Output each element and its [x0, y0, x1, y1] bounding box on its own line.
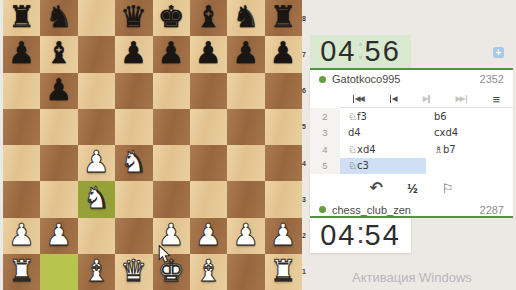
clock-bottom-colon: : — [356, 217, 364, 250]
previous-move-icon[interactable]: ◀ — [390, 95, 397, 103]
online-indicator — [319, 76, 326, 83]
panel-divider-top — [310, 68, 513, 70]
move-number: 4 — [310, 141, 340, 158]
move-row-3: 3d4cxd4 — [310, 125, 513, 142]
square-g7[interactable]: ♟ — [227, 36, 264, 72]
first-move-icon[interactable]: ◀◀ — [353, 95, 365, 103]
square-h2[interactable]: ♟ — [265, 218, 302, 254]
square-e6[interactable] — [153, 73, 190, 109]
square-g2[interactable]: ♟ — [227, 218, 264, 254]
square-h6[interactable] — [265, 73, 302, 109]
black-queen-piece[interactable]: ♛ — [120, 2, 147, 32]
white-rook-piece[interactable]: ♜ — [8, 256, 35, 286]
square-c6[interactable] — [78, 73, 115, 109]
black-pawn-piece[interactable]: ♟ — [195, 38, 222, 68]
square-g6[interactable] — [227, 73, 264, 109]
clock-top-seconds: 56 — [365, 35, 401, 68]
move-number: 2 — [310, 108, 340, 125]
square-e3[interactable] — [153, 181, 190, 217]
move-list: 2♘f3b63d4cxd44♘xd4♗b75♘c3 — [310, 108, 513, 174]
square-e7[interactable]: ♟ — [153, 36, 190, 72]
white-bishop-piece[interactable]: ♝ — [83, 256, 110, 286]
black-pawn-piece[interactable]: ♟ — [270, 38, 297, 68]
square-f8[interactable]: ♝ — [190, 0, 227, 36]
square-g3[interactable] — [227, 181, 264, 217]
move-4-white[interactable]: ♘xd4 — [340, 141, 426, 158]
square-g5[interactable] — [227, 109, 264, 145]
square-h4[interactable] — [265, 145, 302, 181]
black-pawn-piece[interactable]: ♟ — [8, 38, 35, 68]
square-g4[interactable] — [227, 145, 264, 181]
black-knight-piece[interactable]: ♞ — [232, 2, 259, 32]
square-h3[interactable] — [265, 181, 302, 217]
clock-top-colon: : — [356, 33, 364, 66]
square-a1[interactable]: ♜ — [3, 254, 40, 290]
game-screen: ♜♞♛♚♝♞♜♟♝♟♟♟♟♟♟♟♞♞♟♟♟♟♟♟♜♝♛♚♝♜ 87654321 … — [0, 0, 516, 290]
move-4-black[interactable]: ♗b7 — [426, 141, 512, 158]
square-e4[interactable] — [153, 145, 190, 181]
white-queen-piece[interactable]: ♛ — [120, 256, 147, 286]
white-pawn-piece[interactable]: ♟ — [46, 220, 73, 250]
square-d3[interactable] — [115, 181, 152, 217]
takeback-button[interactable]: ↶ — [370, 180, 383, 196]
square-f3[interactable] — [190, 181, 227, 217]
white-pawn-piece[interactable]: ♟ — [83, 147, 110, 177]
square-f5[interactable] — [190, 109, 227, 145]
black-pawn-piece[interactable]: ♟ — [158, 38, 185, 68]
square-b1[interactable] — [40, 254, 77, 290]
white-rook-piece[interactable]: ♜ — [270, 256, 297, 286]
white-pawn-piece[interactable]: ♟ — [8, 220, 35, 250]
square-f7[interactable]: ♟ — [190, 36, 227, 72]
black-bishop-piece[interactable]: ♝ — [46, 38, 73, 68]
white-pawn-piece[interactable]: ♟ — [195, 220, 222, 250]
square-h1[interactable]: ♜ — [265, 254, 302, 290]
move-3-black[interactable]: cxd4 — [426, 125, 512, 142]
black-rook-piece[interactable]: ♜ — [8, 2, 35, 32]
square-d6[interactable] — [115, 73, 152, 109]
square-f2[interactable]: ♟ — [190, 218, 227, 254]
white-knight-piece[interactable]: ♞ — [120, 147, 147, 177]
chess-board: ♜♞♛♚♝♞♜♟♝♟♟♟♟♟♟♟♞♞♟♟♟♟♟♟♜♝♛♚♝♜ — [3, 0, 302, 290]
square-a5[interactable] — [3, 109, 40, 145]
square-c8[interactable] — [78, 0, 115, 36]
black-knight-piece[interactable]: ♞ — [46, 2, 73, 32]
square-c1[interactable]: ♝ — [78, 254, 115, 290]
square-d4[interactable]: ♞ — [115, 145, 152, 181]
square-d2[interactable] — [115, 218, 152, 254]
draw-offer-button[interactable]: ½ — [407, 182, 418, 195]
rank-label-1: 1 — [302, 254, 311, 290]
add-time-button[interactable]: + — [493, 47, 504, 58]
square-c4[interactable]: ♟ — [78, 145, 115, 181]
next-move-icon[interactable]: ▶ — [423, 95, 430, 103]
white-pawn-piece[interactable]: ♟ — [270, 220, 297, 250]
black-rook-piece[interactable]: ♜ — [270, 2, 297, 32]
square-a2[interactable]: ♟ — [3, 218, 40, 254]
rank-label-8: 8 — [302, 0, 311, 36]
clock-bottom-seconds: 54 — [365, 219, 401, 252]
player-top-rating: 2352 — [480, 73, 504, 85]
clock-top: 04:56 — [310, 35, 411, 68]
panel-divider-bottom — [310, 216, 513, 218]
square-a7[interactable]: ♟ — [3, 36, 40, 72]
square-f1[interactable]: ♝ — [190, 254, 227, 290]
square-b2[interactable]: ♟ — [40, 218, 77, 254]
square-c7[interactable] — [78, 36, 115, 72]
square-f6[interactable] — [190, 73, 227, 109]
square-a8[interactable]: ♜ — [3, 0, 40, 36]
black-pawn-piece[interactable]: ♟ — [232, 38, 259, 68]
move-2-white[interactable]: ♘f3 — [340, 108, 426, 125]
square-b8[interactable]: ♞ — [40, 0, 77, 36]
square-b6[interactable]: ♟ — [40, 73, 77, 109]
square-c5[interactable] — [78, 109, 115, 145]
square-e5[interactable] — [153, 109, 190, 145]
square-c3[interactable]: ♞ — [78, 181, 115, 217]
player-top-name[interactable]: Gatotkoco995 — [332, 73, 401, 85]
black-pawn-piece[interactable]: ♟ — [120, 38, 147, 68]
move-number: 3 — [310, 125, 340, 142]
square-d5[interactable] — [115, 109, 152, 145]
square-a6[interactable] — [3, 73, 40, 109]
clock-bottom: 04:54 — [310, 218, 411, 253]
move-2-black[interactable]: b6 — [426, 108, 512, 125]
square-d1[interactable]: ♛ — [115, 254, 152, 290]
player-bottom-name[interactable]: chess_club_zen — [332, 204, 411, 216]
mouse-cursor-icon — [158, 245, 171, 264]
clock-bottom-minutes: 04 — [320, 219, 356, 252]
move-row-4: 4♘xd4♗b7 — [310, 141, 513, 158]
move-3-white[interactable]: d4 — [340, 125, 426, 142]
white-bishop-piece[interactable]: ♝ — [195, 256, 222, 286]
white-pawn-piece[interactable]: ♟ — [232, 220, 259, 250]
online-indicator — [319, 206, 326, 213]
square-a4[interactable] — [3, 145, 40, 181]
last-move-icon[interactable]: ▶▶ — [456, 95, 468, 103]
move-navigation-bar: ◀◀◀▶▶▶≡ — [340, 91, 513, 108]
move-5-white[interactable]: ♘c3 — [340, 158, 426, 175]
white-knight-piece[interactable]: ♞ — [83, 183, 110, 213]
square-g8[interactable]: ♞ — [227, 0, 264, 36]
square-d8[interactable]: ♛ — [115, 0, 152, 36]
square-g1[interactable] — [227, 254, 264, 290]
player-bottom-rating: 2287 — [480, 204, 504, 216]
move-row-5: 5♘c3 — [310, 158, 513, 175]
square-h7[interactable]: ♟ — [265, 36, 302, 72]
square-h5[interactable] — [265, 109, 302, 145]
game-action-buttons: ↶ ½ ⚐ — [310, 174, 513, 200]
move-row-2: 2♘f3b6 — [310, 108, 513, 125]
square-d7[interactable]: ♟ — [115, 36, 152, 72]
resign-flag-button[interactable]: ⚐ — [442, 182, 454, 195]
square-h8[interactable]: ♜ — [265, 0, 302, 36]
square-e8[interactable]: ♚ — [153, 0, 190, 36]
clock-top-minutes: 04 — [320, 35, 356, 68]
move-number: 5 — [310, 158, 340, 175]
black-king-piece[interactable]: ♚ — [158, 2, 185, 32]
black-bishop-piece[interactable]: ♝ — [195, 2, 222, 32]
menu-icon[interactable]: ≡ — [493, 92, 501, 107]
windows-activation-watermark: Активация Windows — [352, 270, 472, 285]
black-pawn-piece[interactable]: ♟ — [46, 75, 73, 105]
square-b3[interactable] — [40, 181, 77, 217]
square-b4[interactable] — [40, 145, 77, 181]
square-f4[interactable] — [190, 145, 227, 181]
square-a3[interactable] — [3, 181, 40, 217]
square-c2[interactable] — [78, 218, 115, 254]
square-b7[interactable]: ♝ — [40, 36, 77, 72]
game-panel: Gatotkoco995 2352 ◀◀◀▶▶▶≡ 2♘f3b63d4cxd44… — [310, 70, 513, 216]
player-top-row: Gatotkoco995 2352 — [310, 70, 513, 88]
move-5-black — [426, 158, 512, 175]
square-b5[interactable] — [40, 109, 77, 145]
